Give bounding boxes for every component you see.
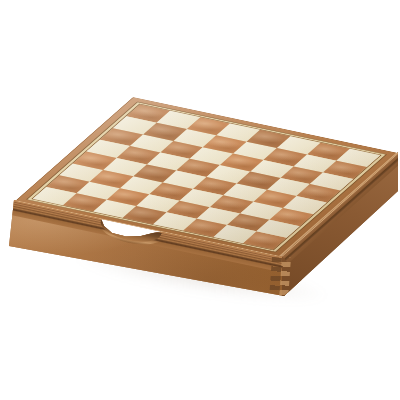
product-photo bbox=[0, 0, 400, 400]
